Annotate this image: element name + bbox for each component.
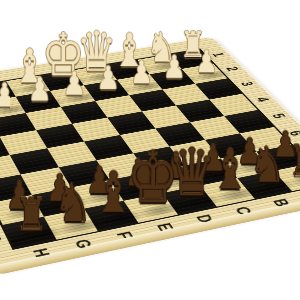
piece-white-pawn-c2[interactable]: ♟ [130,56,153,88]
piece-black-bishop-f8[interactable]: ♝ [93,165,134,221]
chess-board: HGFEDCBA1234567812345678♜♞♝♚♛♝♞♜♟♟♟♟♟♟♟♟… [0,36,300,273]
chess-set-photo: HGFEDCBA1234567812345678♜♞♝♚♛♝♞♜♟♟♟♟♟♟♟♟… [0,0,300,300]
piece-white-pawn-d2[interactable]: ♟ [96,62,119,94]
piece-white-pawn-f2[interactable]: ♟ [28,73,52,105]
piece-white-pawn-g2[interactable]: ♟ [0,79,17,112]
piece-black-rook-h8[interactable]: ♜ [14,191,48,237]
piece-white-pawn-b2[interactable]: ♟ [163,51,186,82]
piece-black-king-e8[interactable]: ♚ [127,142,179,213]
piece-black-rook-a8[interactable]: ♜ [288,139,300,182]
piece-black-knight-g8[interactable]: ♞ [54,177,92,229]
piece-black-knight-b8[interactable]: ♞ [249,140,285,190]
piece-white-pawn-e2[interactable]: ♟ [62,67,86,99]
piece-white-pawn-a2[interactable]: ♟ [195,46,218,77]
